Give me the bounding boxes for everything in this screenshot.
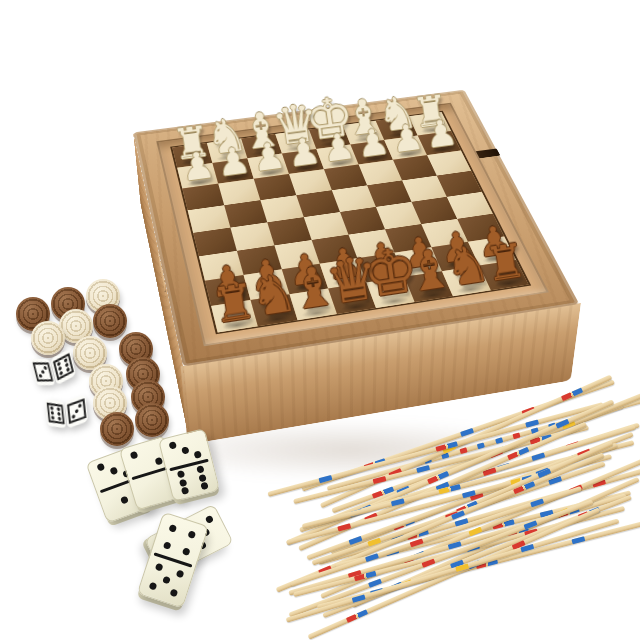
pip [205,515,214,524]
pip [155,563,164,572]
pip [196,465,204,473]
pip [96,463,105,472]
pip [148,582,157,591]
scattered-items: ⚂⚅⚅⚂ [0,0,640,640]
checker-cream[interactable] [31,321,65,355]
pip [181,487,189,495]
pip [198,473,206,481]
die-face-6: ⚅ [45,399,67,429]
checker-brown[interactable] [93,304,127,338]
pip [162,576,171,585]
pip [169,589,178,598]
product-photo-multigame-set: ♜♞♝♛♚♝♞♜♟♟♟♟♟♟♟♟♟♟♟♟♟♟♟♟♜♞♝♛♚♝♞♜ ⚂⚅⚅⚂ [0,0,640,640]
pip [109,466,118,475]
pip [179,478,187,486]
die-face-3: ⚂ [65,394,89,428]
checker-brown[interactable] [135,403,169,437]
pip [194,450,202,458]
pip [168,441,176,449]
pip [182,548,191,557]
pip [177,470,185,478]
pip [154,457,163,466]
checker-brown[interactable] [100,412,134,446]
die[interactable]: ⚂⚅ [28,351,78,388]
die[interactable]: ⚅⚂ [43,397,91,429]
pip [163,541,172,550]
pip [120,495,129,504]
pip [188,530,197,539]
pip [168,524,177,533]
pip [200,482,208,490]
pip [130,451,139,460]
pip [181,446,189,454]
pip [176,569,185,578]
